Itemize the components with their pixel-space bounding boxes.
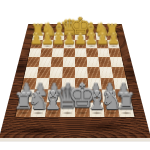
square-f5[interactable]: [87, 57, 100, 67]
square-d4[interactable]: [62, 67, 75, 78]
square-d7[interactable]: ♟: [64, 40, 75, 48]
square-h5[interactable]: [110, 57, 124, 67]
square-h4[interactable]: [111, 67, 125, 78]
square-h7[interactable]: ♟: [107, 40, 119, 48]
square-f4[interactable]: [87, 67, 100, 78]
square-d6[interactable]: [63, 48, 75, 57]
chess-board: ♜♞♝♛♚♝♞♜♟♟♟♟♟♟♟♟♟♟♟♟♟♟♟♟♜♞♝♛♚♝♞♜: [16, 32, 135, 117]
piece-gold-pawn-h7[interactable]: ♟: [107, 32, 119, 46]
scene: ♜♞♝♛♚♝♞♜♟♟♟♟♟♟♟♟♟♟♟♟♟♟♟♟♜♞♝♛♚♝♞♜: [0, 0, 150, 150]
square-e6[interactable]: [75, 48, 87, 57]
square-e4[interactable]: [75, 67, 88, 78]
square-h6[interactable]: [108, 48, 121, 57]
square-f6[interactable]: [86, 48, 98, 57]
square-c4[interactable]: [50, 67, 63, 78]
square-c5[interactable]: [51, 57, 64, 67]
square-c6[interactable]: [52, 48, 64, 57]
square-d5[interactable]: [63, 57, 75, 67]
square-h1[interactable]: ♜: [117, 103, 134, 117]
square-g6[interactable]: [97, 48, 110, 57]
piece-silver-rook-h1[interactable]: ♜: [116, 91, 136, 113]
board-frame: ♜♞♝♛♚♝♞♜♟♟♟♟♟♟♟♟♟♟♟♟♟♟♟♟♜♞♝♛♚♝♞♜: [0, 24, 150, 138]
square-b4[interactable]: [37, 67, 51, 78]
square-e5[interactable]: [75, 57, 87, 67]
